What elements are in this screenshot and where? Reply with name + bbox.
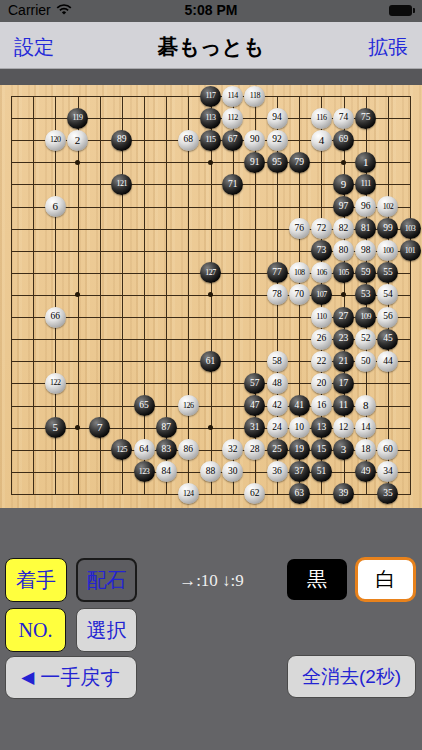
stone-black-45[interactable]: 45 <box>377 329 398 350</box>
stone-white-66[interactable]: 66 <box>45 307 66 328</box>
place-stones-button[interactable]: 配石 <box>76 558 137 602</box>
stone-white-118[interactable]: 118 <box>244 86 265 107</box>
stone-black-31[interactable]: 31 <box>244 417 265 438</box>
stone-black-35[interactable]: 35 <box>377 483 398 504</box>
stone-black-127[interactable]: 127 <box>200 262 221 283</box>
stone-white-64[interactable]: 64 <box>134 439 155 460</box>
white-color-button-selected[interactable]: 白 <box>355 557 416 602</box>
stone-black-27[interactable]: 27 <box>333 307 354 328</box>
stone-white-112[interactable]: 112 <box>222 108 243 129</box>
stone-white-94[interactable]: 94 <box>267 108 288 129</box>
stone-black-91[interactable]: 91 <box>244 152 265 173</box>
control-panel: 着手 配石 →:10 ↓:9 黒 白 NO. 選択 ◀ 一手戻す 全消去(2秒) <box>0 508 422 750</box>
stone-white-110[interactable]: 110 <box>311 307 332 328</box>
stone-black-75[interactable]: 75 <box>355 108 376 129</box>
stone-black-55[interactable]: 55 <box>377 262 398 283</box>
stone-white-2[interactable]: 2 <box>67 130 88 151</box>
stone-white-102[interactable]: 102 <box>377 196 398 217</box>
stone-black-49[interactable]: 49 <box>355 461 376 482</box>
stone-black-99[interactable]: 99 <box>377 218 398 239</box>
stone-black-59[interactable]: 59 <box>355 262 376 283</box>
stone-black-37[interactable]: 37 <box>289 461 310 482</box>
go-board[interactable]: 1171141181191131129411674751202896811567… <box>0 85 422 508</box>
stone-white-54[interactable]: 54 <box>377 284 398 305</box>
grid-line-vertical <box>410 96 411 495</box>
stone-white-52[interactable]: 52 <box>355 329 376 350</box>
stone-white-32[interactable]: 32 <box>222 439 243 460</box>
star-point <box>75 292 80 297</box>
stone-white-88[interactable]: 88 <box>200 461 221 482</box>
stone-white-50[interactable]: 50 <box>355 351 376 372</box>
stone-white-16[interactable]: 16 <box>311 395 332 416</box>
page-title: 碁もっとも <box>0 33 422 61</box>
move-number-button[interactable]: NO. <box>5 608 66 652</box>
stone-white-84[interactable]: 84 <box>156 461 177 482</box>
stone-white-22[interactable]: 22 <box>311 351 332 372</box>
select-button[interactable]: 選択 <box>76 608 137 652</box>
star-point <box>75 425 80 430</box>
stone-white-122[interactable]: 122 <box>45 373 66 394</box>
stone-white-116[interactable]: 116 <box>311 108 332 129</box>
stone-white-108[interactable]: 108 <box>289 262 310 283</box>
stone-black-11[interactable]: 11 <box>333 395 354 416</box>
stone-white-120[interactable]: 120 <box>45 130 66 151</box>
stone-white-10[interactable]: 10 <box>289 417 310 438</box>
stone-black-1[interactable]: 1 <box>355 152 376 173</box>
stone-white-80[interactable]: 80 <box>333 240 354 261</box>
grid-line-vertical <box>233 96 234 495</box>
stone-white-70[interactable]: 70 <box>289 284 310 305</box>
stone-black-87[interactable]: 87 <box>156 417 177 438</box>
stone-black-67[interactable]: 67 <box>222 130 243 151</box>
stone-black-23[interactable]: 23 <box>333 329 354 350</box>
stone-white-90[interactable]: 90 <box>244 130 265 151</box>
stone-black-101[interactable]: 101 <box>400 240 421 261</box>
stone-white-96[interactable]: 96 <box>355 196 376 217</box>
stone-black-57[interactable]: 57 <box>244 373 265 394</box>
stone-black-119[interactable]: 119 <box>67 108 88 129</box>
stone-black-79[interactable]: 79 <box>289 152 310 173</box>
stone-white-114[interactable]: 114 <box>222 86 243 107</box>
expand-button[interactable]: 拡張 <box>368 34 408 61</box>
black-color-button[interactable]: 黒 <box>287 559 347 600</box>
stone-white-78[interactable]: 78 <box>267 284 288 305</box>
clear-all-button[interactable]: 全消去(2秒) <box>287 655 416 698</box>
stone-black-125[interactable]: 125 <box>111 439 132 460</box>
stone-white-74[interactable]: 74 <box>333 108 354 129</box>
stone-white-30[interactable]: 30 <box>222 461 243 482</box>
stone-white-26[interactable]: 26 <box>311 329 332 350</box>
stone-black-115[interactable]: 115 <box>200 130 221 151</box>
stone-black-121[interactable]: 121 <box>111 174 132 195</box>
stone-white-58[interactable]: 58 <box>267 351 288 372</box>
stone-white-124[interactable]: 124 <box>178 483 199 504</box>
star-point <box>208 425 213 430</box>
stone-black-7[interactable]: 7 <box>89 417 110 438</box>
stone-black-51[interactable]: 51 <box>311 461 332 482</box>
stone-white-18[interactable]: 18 <box>355 439 376 460</box>
stone-white-20[interactable]: 20 <box>311 373 332 394</box>
stone-black-97[interactable]: 97 <box>333 196 354 217</box>
stone-black-105[interactable]: 105 <box>333 262 354 283</box>
stone-black-25[interactable]: 25 <box>267 439 288 460</box>
stone-black-83[interactable]: 83 <box>156 439 177 460</box>
status-bar: Carrier 5:08 PM <box>0 0 422 22</box>
stone-black-53[interactable]: 53 <box>355 284 376 305</box>
stone-white-28[interactable]: 28 <box>244 439 265 460</box>
undo-move-label: 一手戻す <box>40 664 120 691</box>
stone-white-126[interactable]: 126 <box>178 395 199 416</box>
stone-white-6[interactable]: 6 <box>45 196 66 217</box>
stone-black-113[interactable]: 113 <box>200 108 221 129</box>
stone-black-41[interactable]: 41 <box>289 395 310 416</box>
stone-white-60[interactable]: 60 <box>377 439 398 460</box>
battery-icon <box>389 5 412 16</box>
stone-black-61[interactable]: 61 <box>200 351 221 372</box>
stone-white-98[interactable]: 98 <box>355 240 376 261</box>
last-move-coordinates: →:10 ↓:9 <box>140 571 283 591</box>
stone-white-4[interactable]: 4 <box>311 130 332 151</box>
stone-black-73[interactable]: 73 <box>311 240 332 261</box>
stone-black-117[interactable]: 117 <box>200 86 221 107</box>
stone-black-111[interactable]: 111 <box>355 174 376 195</box>
stone-black-15[interactable]: 15 <box>311 439 332 460</box>
stone-black-69[interactable]: 69 <box>333 130 354 151</box>
stone-white-36[interactable]: 36 <box>267 461 288 482</box>
stone-black-77[interactable]: 77 <box>267 262 288 283</box>
stone-black-17[interactable]: 17 <box>333 373 354 394</box>
stone-white-44[interactable]: 44 <box>377 351 398 372</box>
stone-white-34[interactable]: 34 <box>377 461 398 482</box>
stone-black-3[interactable]: 3 <box>333 439 354 460</box>
stone-black-5[interactable]: 5 <box>45 417 66 438</box>
star-point <box>75 160 80 165</box>
stone-white-56[interactable]: 56 <box>377 307 398 328</box>
stone-white-24[interactable]: 24 <box>267 417 288 438</box>
star-point <box>208 292 213 297</box>
stone-black-71[interactable]: 71 <box>222 174 243 195</box>
stone-white-100[interactable]: 100 <box>377 240 398 261</box>
stone-white-48[interactable]: 48 <box>267 373 288 394</box>
clock-label: 5:08 PM <box>0 2 422 18</box>
stone-black-89[interactable]: 89 <box>111 130 132 151</box>
stone-white-68[interactable]: 68 <box>178 130 199 151</box>
stone-black-13[interactable]: 13 <box>311 417 332 438</box>
stone-black-107[interactable]: 107 <box>311 284 332 305</box>
stone-white-8[interactable]: 8 <box>355 395 376 416</box>
stone-black-95[interactable]: 95 <box>267 152 288 173</box>
stone-white-106[interactable]: 106 <box>311 262 332 283</box>
app-screen: Carrier 5:08 PM 設定 碁もっとも 拡張 117114118119… <box>0 0 422 750</box>
stone-black-39[interactable]: 39 <box>333 483 354 504</box>
undo-move-button[interactable]: ◀ 一手戻す <box>5 656 137 699</box>
move-mode-button[interactable]: 着手 <box>5 558 67 602</box>
stone-white-12[interactable]: 12 <box>333 417 354 438</box>
stone-black-9[interactable]: 9 <box>333 174 354 195</box>
stone-white-62[interactable]: 62 <box>244 483 265 504</box>
stone-black-65[interactable]: 65 <box>134 395 155 416</box>
stone-white-86[interactable]: 86 <box>178 439 199 460</box>
stone-white-76[interactable]: 76 <box>289 218 310 239</box>
stone-white-92[interactable]: 92 <box>267 130 288 151</box>
stone-black-103[interactable]: 103 <box>400 218 421 239</box>
star-point <box>341 160 346 165</box>
nav-bar: 設定 碁もっとも 拡張 <box>0 22 422 69</box>
stone-white-42[interactable]: 42 <box>267 395 288 416</box>
star-point <box>208 160 213 165</box>
gap-strip <box>0 69 422 85</box>
stone-black-21[interactable]: 21 <box>333 351 354 372</box>
stone-black-123[interactable]: 123 <box>134 461 155 482</box>
stone-white-82[interactable]: 82 <box>333 218 354 239</box>
undo-arrow-icon: ◀ <box>21 667 34 688</box>
stone-black-47[interactable]: 47 <box>244 395 265 416</box>
stone-white-14[interactable]: 14 <box>355 417 376 438</box>
stone-black-109[interactable]: 109 <box>355 307 376 328</box>
stone-white-72[interactable]: 72 <box>311 218 332 239</box>
star-point <box>341 292 346 297</box>
stone-black-19[interactable]: 19 <box>289 439 310 460</box>
stone-black-63[interactable]: 63 <box>289 483 310 504</box>
stone-black-81[interactable]: 81 <box>355 218 376 239</box>
